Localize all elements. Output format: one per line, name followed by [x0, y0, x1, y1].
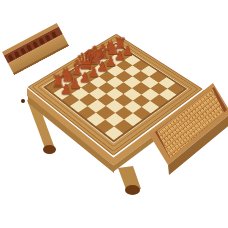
chess-table-photo: ♜♞♝♛♚♝♞♜♟♟♟♟♟♟♟♟: [0, 0, 228, 228]
scene: ♜♞♝♛♚♝♞♜♟♟♟♟♟♟♟♟: [0, 0, 228, 228]
table-top: ♜♞♝♛♚♝♞♜♟♟♟♟♟♟♟♟: [27, 34, 202, 156]
chess-piece-pawn: ♟: [60, 82, 73, 96]
